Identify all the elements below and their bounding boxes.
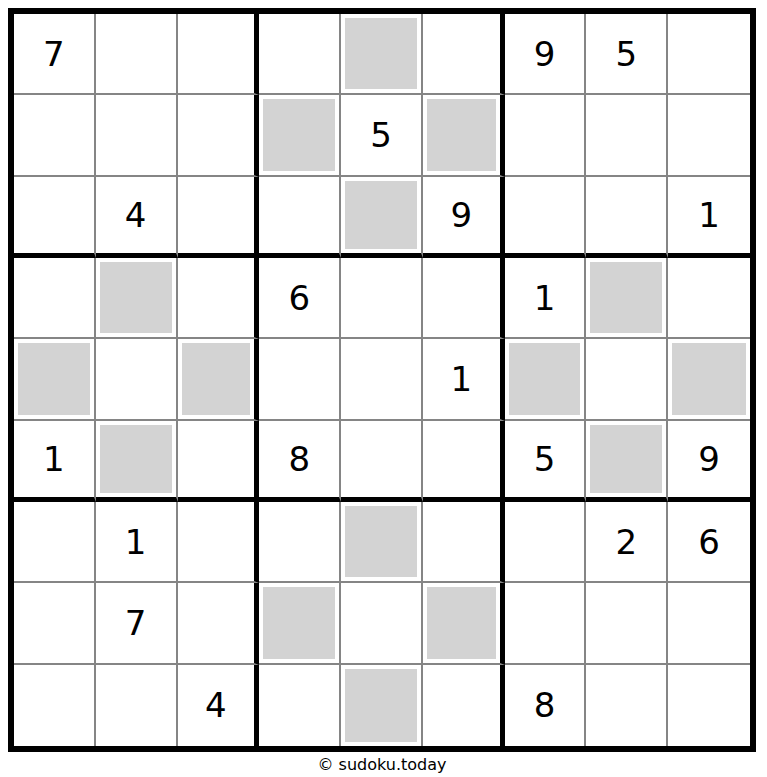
cell-r6c9: 9: [668, 421, 750, 502]
shaded-cell-overlay: [590, 425, 662, 493]
cell-r8c2: 7: [96, 583, 178, 664]
cell-r7c2: 1: [96, 502, 178, 583]
cell-r8c6[interactable]: [423, 583, 505, 664]
cell-r7c7[interactable]: [505, 502, 587, 583]
cell-r2c7[interactable]: [505, 95, 587, 176]
shaded-cell-overlay: [590, 262, 662, 333]
cell-r8c4[interactable]: [259, 583, 341, 664]
cell-r3c8[interactable]: [586, 177, 668, 258]
given-digit: 5: [616, 37, 638, 71]
cell-r8c9[interactable]: [668, 583, 750, 664]
given-digit: 7: [43, 37, 65, 71]
cell-r5c2[interactable]: [96, 339, 178, 420]
shaded-cell-overlay: [100, 262, 172, 333]
cell-r6c5[interactable]: [341, 421, 423, 502]
cell-r4c5[interactable]: [341, 258, 423, 339]
cell-r3c9: 1: [668, 177, 750, 258]
cell-r2c3[interactable]: [178, 95, 260, 176]
given-digit: 8: [288, 442, 310, 476]
given-digit: 9: [698, 442, 720, 476]
cell-r9c3: 4: [178, 665, 260, 746]
shaded-cell-overlay: [100, 425, 172, 493]
cell-r9c9[interactable]: [668, 665, 750, 746]
shaded-cell-overlay: [427, 587, 496, 658]
sudoku-board: 79554916111859126748: [8, 8, 756, 752]
cell-r4c2[interactable]: [96, 258, 178, 339]
cell-r4c7: 1: [505, 258, 587, 339]
cell-r4c1[interactable]: [14, 258, 96, 339]
cell-r7c6[interactable]: [423, 502, 505, 583]
cell-r4c4: 6: [259, 258, 341, 339]
cell-r5c9[interactable]: [668, 339, 750, 420]
cell-r1c3[interactable]: [178, 14, 260, 95]
shaded-cell-overlay: [182, 343, 251, 414]
cell-r1c1: 7: [14, 14, 96, 95]
cell-r7c3[interactable]: [178, 502, 260, 583]
shaded-cell-overlay: [345, 18, 417, 89]
cell-r5c3[interactable]: [178, 339, 260, 420]
cell-r9c8[interactable]: [586, 665, 668, 746]
given-digit: 6: [288, 281, 310, 315]
cell-r6c6[interactable]: [423, 421, 505, 502]
cell-r6c7: 5: [505, 421, 587, 502]
given-digit: 6: [698, 525, 720, 559]
given-digit: 1: [534, 281, 556, 315]
cell-r8c5[interactable]: [341, 583, 423, 664]
given-digit: 7: [125, 606, 147, 640]
cell-r2c1[interactable]: [14, 95, 96, 176]
cell-r5c5[interactable]: [341, 339, 423, 420]
cell-r2c4[interactable]: [259, 95, 341, 176]
copyright-caption: © sudoku.today: [8, 755, 756, 774]
shaded-cell-overlay: [263, 99, 335, 170]
cell-r3c6: 9: [423, 177, 505, 258]
cell-r5c8[interactable]: [586, 339, 668, 420]
cell-r8c3[interactable]: [178, 583, 260, 664]
cell-r3c4[interactable]: [259, 177, 341, 258]
cell-r7c4[interactable]: [259, 502, 341, 583]
cell-r6c8[interactable]: [586, 421, 668, 502]
cell-r5c6: 1: [423, 339, 505, 420]
cell-r3c1[interactable]: [14, 177, 96, 258]
cell-r8c1[interactable]: [14, 583, 96, 664]
cell-r7c9: 6: [668, 502, 750, 583]
cell-r2c9[interactable]: [668, 95, 750, 176]
given-digit: 5: [534, 442, 556, 476]
sudoku-board-wrap: 79554916111859126748: [8, 8, 756, 752]
cell-r5c7[interactable]: [505, 339, 587, 420]
cell-r1c6[interactable]: [423, 14, 505, 95]
cell-r9c1[interactable]: [14, 665, 96, 746]
cell-r6c1: 1: [14, 421, 96, 502]
cell-r4c9[interactable]: [668, 258, 750, 339]
given-digit: 9: [534, 37, 556, 71]
shaded-cell-overlay: [18, 343, 90, 414]
cell-r9c2[interactable]: [96, 665, 178, 746]
cell-r9c6[interactable]: [423, 665, 505, 746]
cell-r1c7: 9: [505, 14, 587, 95]
given-digit: 1: [450, 362, 472, 396]
cell-r5c1[interactable]: [14, 339, 96, 420]
cell-r3c7[interactable]: [505, 177, 587, 258]
given-digit: 1: [125, 525, 147, 559]
cell-r4c8[interactable]: [586, 258, 668, 339]
cell-r9c7: 8: [505, 665, 587, 746]
given-digit: 1: [43, 442, 65, 476]
given-digit: 2: [616, 525, 638, 559]
cell-r2c6[interactable]: [423, 95, 505, 176]
shaded-cell-overlay: [427, 99, 496, 170]
cell-r4c3[interactable]: [178, 258, 260, 339]
cell-r6c3[interactable]: [178, 421, 260, 502]
shaded-cell-overlay: [345, 181, 417, 249]
cell-r3c3[interactable]: [178, 177, 260, 258]
cell-r7c5[interactable]: [341, 502, 423, 583]
cell-r3c5[interactable]: [341, 177, 423, 258]
given-digit: 8: [534, 688, 556, 722]
cell-r2c2[interactable]: [96, 95, 178, 176]
given-digit: 5: [370, 118, 392, 152]
cell-r8c7[interactable]: [505, 583, 587, 664]
cell-r1c8: 5: [586, 14, 668, 95]
cell-r4c6[interactable]: [423, 258, 505, 339]
given-digit: 9: [450, 198, 472, 232]
cell-r5c4[interactable]: [259, 339, 341, 420]
given-digit: 4: [125, 198, 147, 232]
cell-r8c8[interactable]: [586, 583, 668, 664]
cell-r7c8: 2: [586, 502, 668, 583]
cell-r9c5[interactable]: [341, 665, 423, 746]
shaded-cell-overlay: [263, 587, 335, 658]
cell-r1c4[interactable]: [259, 14, 341, 95]
shaded-cell-overlay: [345, 506, 417, 577]
cell-r1c2[interactable]: [96, 14, 178, 95]
cell-r9c4[interactable]: [259, 665, 341, 746]
shaded-cell-overlay: [509, 343, 581, 414]
cell-r7c1[interactable]: [14, 502, 96, 583]
cell-r6c4: 8: [259, 421, 341, 502]
cell-r1c9[interactable]: [668, 14, 750, 95]
given-digit: 4: [205, 688, 227, 722]
cell-r3c2: 4: [96, 177, 178, 258]
cell-r2c5: 5: [341, 95, 423, 176]
given-digit: 1: [698, 198, 720, 232]
cell-r1c5[interactable]: [341, 14, 423, 95]
shaded-cell-overlay: [672, 343, 746, 414]
cell-r2c8[interactable]: [586, 95, 668, 176]
shaded-cell-overlay: [345, 669, 417, 742]
cell-r6c2[interactable]: [96, 421, 178, 502]
